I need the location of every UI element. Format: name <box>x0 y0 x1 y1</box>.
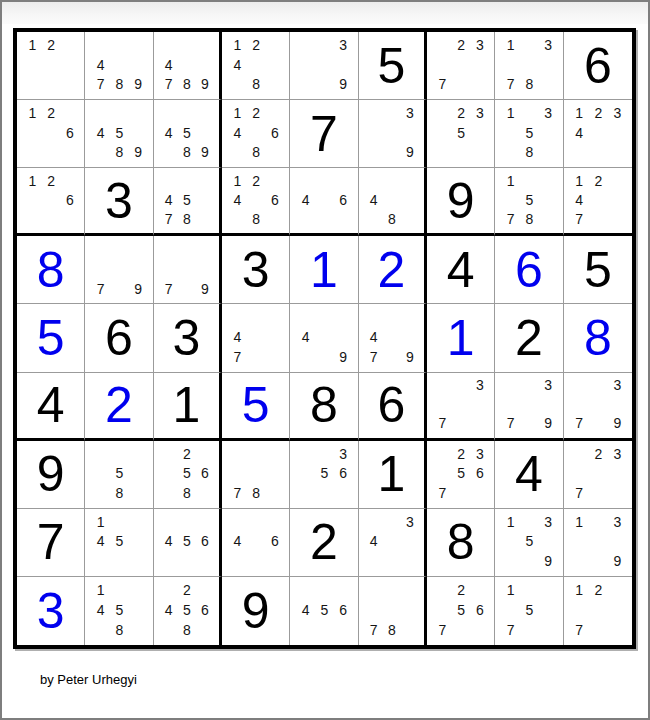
cell-value: 2 <box>85 373 152 438</box>
cell-r5c6[interactable]: 479 <box>359 304 427 372</box>
cell-r1c3[interactable]: 4789 <box>154 32 222 100</box>
pencil-marks: 78 <box>222 441 289 508</box>
cell-r8c4[interactable]: 46 <box>222 509 290 577</box>
cell-r4c1[interactable]: 8 <box>17 236 85 304</box>
pencil-marks: 4789 <box>85 32 152 99</box>
cell-value: 6 <box>495 236 562 303</box>
pencil-marks: 4589 <box>85 100 152 167</box>
cell-r8c7[interactable]: 8 <box>427 509 495 577</box>
pencil-marks: 237 <box>427 32 494 99</box>
cell-value: 1 <box>154 373 219 438</box>
pencil-marks: 1578 <box>495 168 562 233</box>
pencil-marks: 1248 <box>222 32 289 99</box>
cell-value: 3 <box>85 168 152 233</box>
cell-r2c9[interactable]: 1234 <box>564 100 632 168</box>
pencil-marks: 47 <box>222 304 289 371</box>
cell-r9c5[interactable]: 456 <box>290 577 358 645</box>
cell-r8c9[interactable]: 139 <box>564 509 632 577</box>
cell-r2c7[interactable]: 235 <box>427 100 495 168</box>
cell-r9c2[interactable]: 1458 <box>85 577 153 645</box>
pencil-marks: 48 <box>359 168 424 233</box>
cell-r2c5[interactable]: 7 <box>290 100 358 168</box>
pencil-marks: 456 <box>154 509 219 576</box>
cell-r9c4[interactable]: 9 <box>222 577 290 645</box>
cell-r7c4[interactable]: 78 <box>222 441 290 509</box>
pencil-marks: 139 <box>564 509 632 576</box>
pencil-marks: 4589 <box>154 100 219 167</box>
cell-r4c3[interactable]: 79 <box>154 236 222 304</box>
cell-r1c9[interactable]: 6 <box>564 32 632 100</box>
pencil-marks: 1247 <box>564 168 632 233</box>
cell-r7c3[interactable]: 2568 <box>154 441 222 509</box>
cell-r8c6[interactable]: 34 <box>359 509 427 577</box>
cell-r6c7[interactable]: 37 <box>427 373 495 441</box>
cell-r4c7[interactable]: 4 <box>427 236 495 304</box>
cell-r2c8[interactable]: 1358 <box>495 100 563 168</box>
cell-r5c4[interactable]: 47 <box>222 304 290 372</box>
cell-value: 3 <box>17 577 84 645</box>
pencil-marks: 79 <box>85 236 152 303</box>
pencil-marks: 379 <box>564 373 632 438</box>
cell-r5c8[interactable]: 2 <box>495 304 563 372</box>
cell-value: 4 <box>427 236 494 303</box>
cell-value: 8 <box>17 236 84 303</box>
header-bar <box>2 2 648 24</box>
cell-value: 9 <box>427 168 494 233</box>
cell-r6c9[interactable]: 379 <box>564 373 632 441</box>
pencil-marks: 12468 <box>222 100 289 167</box>
cell-r7c2[interactable]: 58 <box>85 441 153 509</box>
pencil-marks: 126 <box>17 100 84 167</box>
cell-r3c4[interactable]: 12468 <box>222 168 290 236</box>
pencil-marks: 24568 <box>154 577 219 645</box>
cell-r1c1[interactable]: 12 <box>17 32 85 100</box>
pencil-marks: 12 <box>17 32 84 99</box>
cell-r7c6[interactable]: 1 <box>359 441 427 509</box>
cell-value: 7 <box>17 509 84 576</box>
pencil-marks: 39 <box>290 32 357 99</box>
cell-value: 6 <box>359 373 424 438</box>
cell-value: 5 <box>359 32 424 99</box>
pencil-marks: 4789 <box>154 32 219 99</box>
cell-r5c9[interactable]: 8 <box>564 304 632 372</box>
cell-r5c2[interactable]: 6 <box>85 304 153 372</box>
cell-r2c3[interactable]: 4589 <box>154 100 222 168</box>
pencil-marks: 49 <box>290 304 357 371</box>
pencil-marks: 37 <box>427 373 494 438</box>
cell-r7c8[interactable]: 4 <box>495 441 563 509</box>
pencil-marks: 235 <box>427 100 494 167</box>
cell-r4c4[interactable]: 3 <box>222 236 290 304</box>
pencil-marks: 23567 <box>427 441 494 508</box>
cell-value: 7 <box>290 100 357 167</box>
cell-r5c5[interactable]: 49 <box>290 304 358 372</box>
cell-r1c6[interactable]: 5 <box>359 32 427 100</box>
cell-value: 4 <box>17 373 84 438</box>
cell-value: 2 <box>495 304 562 371</box>
cell-r9c9[interactable]: 127 <box>564 577 632 645</box>
cell-value: 8 <box>427 509 494 576</box>
pencil-marks: 145 <box>85 509 152 576</box>
cell-r5c3[interactable]: 3 <box>154 304 222 372</box>
cell-r4c6[interactable]: 2 <box>359 236 427 304</box>
cell-r5c7[interactable]: 1 <box>427 304 495 372</box>
cell-r7c1[interactable]: 9 <box>17 441 85 509</box>
pencil-marks: 1234 <box>564 100 632 167</box>
pencil-marks: 79 <box>154 236 219 303</box>
cell-r4c8[interactable]: 6 <box>495 236 563 304</box>
pencil-marks: 78 <box>359 577 424 645</box>
pencil-marks: 1378 <box>495 32 562 99</box>
cell-r1c7[interactable]: 237 <box>427 32 495 100</box>
cell-r6c6[interactable]: 6 <box>359 373 427 441</box>
cell-r9c3[interactable]: 24568 <box>154 577 222 645</box>
cell-value: 9 <box>17 441 84 508</box>
cell-r3c5[interactable]: 46 <box>290 168 358 236</box>
cell-r3c9[interactable]: 1247 <box>564 168 632 236</box>
cell-value: 2 <box>359 236 424 303</box>
cell-value: 3 <box>222 236 289 303</box>
cell-r1c5[interactable]: 39 <box>290 32 358 100</box>
cell-value: 3 <box>154 304 219 371</box>
cell-value: 6 <box>564 32 632 99</box>
cell-r3c7[interactable]: 9 <box>427 168 495 236</box>
cell-r8c2[interactable]: 145 <box>85 509 153 577</box>
cell-r1c8[interactable]: 1378 <box>495 32 563 100</box>
cell-r1c4[interactable]: 1248 <box>222 32 290 100</box>
cell-r6c2[interactable]: 2 <box>85 373 153 441</box>
cell-r3c3[interactable]: 4578 <box>154 168 222 236</box>
cell-r3c8[interactable]: 1578 <box>495 168 563 236</box>
cell-value: 4 <box>495 441 562 508</box>
byline-author: by Peter Urhegyi <box>40 672 137 687</box>
pencil-marks: 479 <box>359 304 424 371</box>
pencil-marks: 2567 <box>427 577 494 645</box>
cell-r8c8[interactable]: 1359 <box>495 509 563 577</box>
cell-r9c6[interactable]: 78 <box>359 577 427 645</box>
pencil-marks: 34 <box>359 509 424 576</box>
cell-r9c8[interactable]: 157 <box>495 577 563 645</box>
cell-r2c1[interactable]: 126 <box>17 100 85 168</box>
cell-r8c3[interactable]: 456 <box>154 509 222 577</box>
cell-value: 5 <box>564 236 632 303</box>
cell-r3c1[interactable]: 126 <box>17 168 85 236</box>
cell-r6c1[interactable]: 4 <box>17 373 85 441</box>
pencil-marks: 379 <box>495 373 562 438</box>
cell-r6c3[interactable]: 1 <box>154 373 222 441</box>
cell-r2c2[interactable]: 4589 <box>85 100 153 168</box>
pencil-marks: 1458 <box>85 577 152 645</box>
cell-r2c6[interactable]: 39 <box>359 100 427 168</box>
cell-r1c2[interactable]: 4789 <box>85 32 153 100</box>
cell-value: 1 <box>290 236 357 303</box>
cell-r2c4[interactable]: 12468 <box>222 100 290 168</box>
cell-r6c8[interactable]: 379 <box>495 373 563 441</box>
cell-r7c5[interactable]: 356 <box>290 441 358 509</box>
pencil-marks: 126 <box>17 168 84 233</box>
cell-r3c2[interactable]: 3 <box>85 168 153 236</box>
cell-r3c6[interactable]: 48 <box>359 168 427 236</box>
pencil-marks: 456 <box>290 577 357 645</box>
cell-value: 5 <box>17 304 84 371</box>
cell-r4c9[interactable]: 5 <box>564 236 632 304</box>
cell-r6c4[interactable]: 5 <box>222 373 290 441</box>
cell-r5c1[interactable]: 5 <box>17 304 85 372</box>
cell-r4c2[interactable]: 79 <box>85 236 153 304</box>
pencil-marks: 237 <box>564 441 632 508</box>
pencil-marks: 127 <box>564 577 632 645</box>
pencil-marks: 1359 <box>495 509 562 576</box>
pencil-marks: 58 <box>85 441 152 508</box>
cell-r7c9[interactable]: 237 <box>564 441 632 509</box>
cell-r9c1[interactable]: 3 <box>17 577 85 645</box>
cell-r8c5[interactable]: 2 <box>290 509 358 577</box>
cell-r7c7[interactable]: 23567 <box>427 441 495 509</box>
cell-r4c5[interactable]: 1 <box>290 236 358 304</box>
pencil-marks: 46 <box>222 509 289 576</box>
sudoku-board: 1247894789124839523713786126458945891246… <box>13 28 636 649</box>
cell-value: 9 <box>222 577 289 645</box>
pencil-marks: 2568 <box>154 441 219 508</box>
pencil-marks: 46 <box>290 168 357 233</box>
cell-value: 2 <box>290 509 357 576</box>
pencil-marks: 157 <box>495 577 562 645</box>
cell-value: 1 <box>427 304 494 371</box>
pencil-marks: 39 <box>359 100 424 167</box>
cell-value: 8 <box>564 304 632 371</box>
cell-value: 8 <box>290 373 357 438</box>
cell-r8c1[interactable]: 7 <box>17 509 85 577</box>
cell-value: 5 <box>222 373 289 438</box>
pencil-marks: 356 <box>290 441 357 508</box>
pencil-marks: 4578 <box>154 168 219 233</box>
pencil-marks: 12468 <box>222 168 289 233</box>
cell-r6c5[interactable]: 8 <box>290 373 358 441</box>
cell-value: 6 <box>85 304 152 371</box>
cell-r9c7[interactable]: 2567 <box>427 577 495 645</box>
cell-value: 1 <box>359 441 424 508</box>
pencil-marks: 1358 <box>495 100 562 167</box>
